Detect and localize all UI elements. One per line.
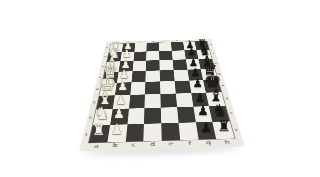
- board-square[interactable]: [161, 123, 180, 141]
- board-square[interactable]: [146, 51, 159, 61]
- board-square[interactable]: [160, 93, 177, 107]
- board-square[interactable]: [133, 51, 146, 61]
- board-square[interactable]: [160, 81, 176, 94]
- white-pawn[interactable]: ♟: [115, 93, 126, 105]
- board-square[interactable]: [127, 108, 145, 124]
- board-square[interactable]: [160, 70, 175, 82]
- white-rook[interactable]: ♜: [92, 123, 106, 138]
- board-square[interactable]: [145, 94, 161, 108]
- white-pawn[interactable]: ♟: [117, 81, 127, 93]
- white-pawn[interactable]: ♟: [111, 124, 123, 138]
- chess-set-photo: abcdefgh abcdefgh 87654321 87654321 ♜♟♟♜…: [0, 0, 320, 177]
- file-label: b: [105, 143, 124, 149]
- file-label: h: [217, 140, 237, 146]
- board-square[interactable]: [146, 70, 160, 82]
- file-label: g: [199, 141, 219, 147]
- file-label: c: [124, 143, 143, 149]
- file-label: f: [180, 141, 199, 147]
- white-pawn[interactable]: ♟: [113, 108, 124, 121]
- board-square[interactable]: [144, 108, 161, 124]
- board-square[interactable]: [159, 60, 173, 70]
- board-square[interactable]: [145, 81, 160, 94]
- white-knight[interactable]: ♞: [95, 105, 110, 122]
- board-square[interactable]: [125, 124, 144, 142]
- board-square[interactable]: [131, 71, 146, 83]
- black-pawn[interactable]: ♟: [197, 105, 208, 118]
- board-square[interactable]: [129, 94, 146, 108]
- board-square[interactable]: [161, 107, 179, 123]
- black-rook[interactable]: ♜: [217, 119, 231, 134]
- file-label: e: [162, 142, 181, 148]
- board-square[interactable]: [159, 51, 172, 61]
- file-label: d: [143, 142, 162, 148]
- board-square[interactable]: [144, 123, 162, 141]
- black-knight[interactable]: ♞: [212, 101, 227, 118]
- board-square[interactable]: [146, 60, 160, 71]
- black-pawn[interactable]: ♟: [195, 91, 206, 103]
- black-pawn[interactable]: ♟: [193, 79, 203, 91]
- black-pawn[interactable]: ♟: [200, 121, 212, 135]
- board-square[interactable]: [132, 61, 146, 72]
- file-label: a: [86, 144, 106, 150]
- board-square[interactable]: [130, 82, 146, 95]
